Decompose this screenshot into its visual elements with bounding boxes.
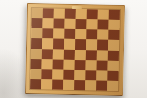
square-d3 bbox=[64, 59, 75, 69]
square-f1 bbox=[85, 80, 96, 90]
square-b7 bbox=[42, 18, 53, 28]
square-e5 bbox=[75, 39, 86, 49]
square-b5 bbox=[42, 39, 53, 49]
square-b1 bbox=[41, 79, 52, 89]
square-b2 bbox=[41, 69, 52, 79]
square-e3 bbox=[75, 60, 86, 70]
square-f2 bbox=[85, 70, 96, 80]
square-a4 bbox=[31, 49, 42, 59]
square-f8 bbox=[87, 9, 98, 19]
square-h6 bbox=[108, 30, 119, 40]
square-c7 bbox=[53, 19, 64, 29]
square-f7 bbox=[86, 19, 97, 29]
chessboard bbox=[25, 3, 125, 96]
square-e6 bbox=[75, 29, 86, 39]
photo-background bbox=[0, 0, 147, 98]
square-e2 bbox=[74, 70, 85, 80]
square-b4 bbox=[42, 49, 53, 59]
square-d8 bbox=[65, 9, 76, 19]
square-h4 bbox=[108, 50, 119, 60]
square-a8 bbox=[32, 8, 43, 18]
square-h8 bbox=[109, 10, 120, 20]
board-grid bbox=[30, 8, 120, 91]
square-c6 bbox=[53, 29, 64, 39]
square-g6 bbox=[97, 30, 108, 40]
square-b3 bbox=[42, 59, 53, 69]
square-f3 bbox=[86, 60, 97, 70]
square-b6 bbox=[42, 29, 53, 39]
square-g2 bbox=[96, 70, 107, 80]
square-e1 bbox=[74, 80, 85, 90]
square-c8 bbox=[54, 9, 65, 19]
square-d5 bbox=[64, 39, 75, 49]
square-h2 bbox=[107, 70, 118, 80]
square-c1 bbox=[52, 79, 63, 89]
square-a3 bbox=[31, 59, 42, 69]
square-c4 bbox=[53, 49, 64, 59]
square-d1 bbox=[63, 80, 74, 90]
square-d6 bbox=[64, 29, 75, 39]
square-a1 bbox=[30, 79, 41, 89]
square-c3 bbox=[53, 59, 64, 69]
square-a6 bbox=[31, 28, 42, 38]
square-a7 bbox=[31, 18, 42, 28]
square-h5 bbox=[108, 40, 119, 50]
square-h3 bbox=[108, 60, 119, 70]
square-d4 bbox=[64, 49, 75, 59]
square-b8 bbox=[43, 8, 54, 18]
square-c2 bbox=[52, 69, 63, 79]
square-e8 bbox=[76, 9, 87, 19]
square-g4 bbox=[97, 50, 108, 60]
square-f4 bbox=[86, 50, 97, 60]
square-c5 bbox=[53, 39, 64, 49]
square-a5 bbox=[31, 38, 42, 48]
square-f6 bbox=[86, 30, 97, 40]
square-e7 bbox=[75, 19, 86, 29]
square-g1 bbox=[96, 80, 107, 90]
square-h1 bbox=[107, 81, 118, 91]
square-d7 bbox=[64, 19, 75, 29]
square-a2 bbox=[30, 69, 41, 79]
square-g5 bbox=[97, 40, 108, 50]
square-d2 bbox=[63, 69, 74, 79]
square-g3 bbox=[97, 60, 108, 70]
square-f5 bbox=[86, 40, 97, 50]
square-h7 bbox=[108, 20, 119, 30]
frame-marking bbox=[72, 6, 82, 9]
square-e4 bbox=[75, 50, 86, 60]
square-g7 bbox=[97, 20, 108, 30]
square-g8 bbox=[98, 10, 109, 20]
